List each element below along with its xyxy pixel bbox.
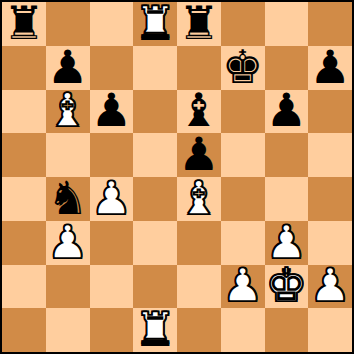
square-c6[interactable]: ♟	[90, 90, 134, 134]
square-e5[interactable]: ♟	[177, 133, 221, 177]
square-b5[interactable]	[46, 133, 90, 177]
square-f4[interactable]	[221, 177, 265, 221]
square-d6[interactable]	[133, 90, 177, 134]
square-a7[interactable]	[2, 46, 46, 90]
square-d5[interactable]	[133, 133, 177, 177]
square-d8[interactable]: ♜	[133, 2, 177, 46]
square-b1[interactable]	[46, 308, 90, 352]
square-f5[interactable]	[221, 133, 265, 177]
square-b2[interactable]	[46, 265, 90, 309]
square-a3[interactable]	[2, 221, 46, 265]
square-e2[interactable]	[177, 265, 221, 309]
square-g1[interactable]	[265, 308, 309, 352]
square-h6[interactable]	[308, 90, 352, 134]
piece-white-pawn[interactable]: ♟	[47, 221, 88, 265]
square-a1[interactable]	[2, 308, 46, 352]
square-h4[interactable]	[308, 177, 352, 221]
square-b4[interactable]: ♞	[46, 177, 90, 221]
square-e6[interactable]: ♝	[177, 90, 221, 134]
piece-black-king[interactable]: ♚	[222, 46, 263, 90]
piece-black-rook[interactable]: ♜	[178, 2, 219, 46]
piece-white-rook[interactable]: ♜	[135, 2, 176, 46]
piece-black-pawn[interactable]: ♟	[310, 46, 351, 90]
square-d7[interactable]	[133, 46, 177, 90]
square-b7[interactable]: ♟	[46, 46, 90, 90]
square-d1[interactable]: ♜	[133, 308, 177, 352]
square-h5[interactable]	[308, 133, 352, 177]
piece-white-bishop[interactable]: ♝	[47, 90, 88, 134]
square-f7[interactable]: ♚	[221, 46, 265, 90]
square-a2[interactable]	[2, 265, 46, 309]
piece-black-pawn[interactable]: ♟	[266, 90, 307, 134]
chess-board[interactable]: ♜♜♜♟♚♟♝♟♝♟♟♞♟♝♟♟♟♚♟♜	[0, 0, 354, 354]
square-g3[interactable]: ♟	[265, 221, 309, 265]
piece-black-knight[interactable]: ♞	[47, 177, 88, 221]
square-g5[interactable]	[265, 133, 309, 177]
square-f3[interactable]	[221, 221, 265, 265]
square-c4[interactable]: ♟	[90, 177, 134, 221]
square-g4[interactable]	[265, 177, 309, 221]
square-c7[interactable]	[90, 46, 134, 90]
piece-black-bishop[interactable]: ♝	[178, 90, 219, 134]
square-e1[interactable]	[177, 308, 221, 352]
square-h2[interactable]: ♟	[308, 265, 352, 309]
square-c5[interactable]	[90, 133, 134, 177]
square-c8[interactable]	[90, 2, 134, 46]
square-g6[interactable]: ♟	[265, 90, 309, 134]
square-a5[interactable]	[2, 133, 46, 177]
square-c1[interactable]	[90, 308, 134, 352]
square-a4[interactable]	[2, 177, 46, 221]
square-d3[interactable]	[133, 221, 177, 265]
square-h3[interactable]	[308, 221, 352, 265]
piece-black-pawn[interactable]: ♟	[91, 90, 132, 134]
piece-white-bishop[interactable]: ♝	[178, 177, 219, 221]
square-d4[interactable]	[133, 177, 177, 221]
square-d2[interactable]	[133, 265, 177, 309]
square-a6[interactable]	[2, 90, 46, 134]
piece-white-rook[interactable]: ♜	[135, 308, 176, 352]
square-e8[interactable]: ♜	[177, 2, 221, 46]
square-g7[interactable]	[265, 46, 309, 90]
square-a8[interactable]: ♜	[2, 2, 46, 46]
square-f6[interactable]	[221, 90, 265, 134]
piece-white-pawn[interactable]: ♟	[222, 265, 263, 309]
square-h7[interactable]: ♟	[308, 46, 352, 90]
square-c3[interactable]	[90, 221, 134, 265]
square-b3[interactable]: ♟	[46, 221, 90, 265]
square-e4[interactable]: ♝	[177, 177, 221, 221]
piece-white-pawn[interactable]: ♟	[310, 265, 351, 309]
square-c2[interactable]	[90, 265, 134, 309]
square-g8[interactable]	[265, 2, 309, 46]
piece-white-king[interactable]: ♚	[266, 265, 307, 309]
piece-black-pawn[interactable]: ♟	[178, 133, 219, 177]
piece-black-rook[interactable]: ♜	[3, 2, 44, 46]
square-b8[interactable]	[46, 2, 90, 46]
square-f2[interactable]: ♟	[221, 265, 265, 309]
square-b6[interactable]: ♝	[46, 90, 90, 134]
square-g2[interactable]: ♚	[265, 265, 309, 309]
square-f8[interactable]	[221, 2, 265, 46]
square-f1[interactable]	[221, 308, 265, 352]
piece-white-pawn[interactable]: ♟	[91, 177, 132, 221]
square-h8[interactable]	[308, 2, 352, 46]
square-e7[interactable]	[177, 46, 221, 90]
piece-black-pawn[interactable]: ♟	[47, 46, 88, 90]
piece-white-pawn[interactable]: ♟	[266, 221, 307, 265]
square-e3[interactable]	[177, 221, 221, 265]
square-h1[interactable]	[308, 308, 352, 352]
